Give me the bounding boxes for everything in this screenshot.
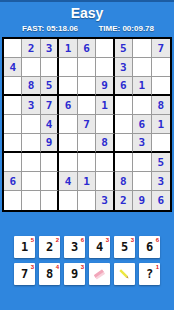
cell-r7c7[interactable]: [115, 153, 133, 172]
cell-r2c9[interactable]: [152, 58, 170, 77]
cell-r2c5[interactable]: [78, 58, 96, 77]
cell-r9c1[interactable]: [4, 191, 22, 210]
number-keypad: 152236435366738493 ?1: [14, 236, 160, 285]
cell-r5c2[interactable]: [22, 115, 40, 134]
cell-r6c6[interactable]: 8: [96, 134, 114, 153]
cell-r4c5[interactable]: [78, 96, 96, 115]
key-count-badge: 6: [81, 237, 84, 243]
key-1[interactable]: 15: [14, 236, 35, 258]
cell-r2c2[interactable]: [22, 58, 40, 77]
cell-r2c4[interactable]: [59, 58, 77, 77]
cell-r4c2[interactable]: 3: [22, 96, 40, 115]
cell-r1c3[interactable]: 3: [41, 39, 59, 58]
difficulty-title: Easy: [0, 4, 174, 22]
cell-r5c8[interactable]: 6: [133, 115, 151, 134]
cell-r7c9[interactable]: 5: [152, 153, 170, 172]
key-2[interactable]: 22: [39, 236, 60, 258]
cell-r7c4[interactable]: [59, 153, 77, 172]
key-count-badge: 3: [131, 237, 134, 243]
cell-r9c7[interactable]: 2: [115, 191, 133, 210]
cell-r8c3[interactable]: [41, 172, 59, 191]
cell-r5c4[interactable]: [59, 115, 77, 134]
cell-r4c8[interactable]: [133, 96, 151, 115]
cell-r9c2[interactable]: [22, 191, 40, 210]
cell-r5c3[interactable]: 4: [41, 115, 59, 134]
current-time-label: TIME: 00:09.78: [98, 24, 154, 33]
cell-r6c7[interactable]: [115, 134, 133, 153]
cell-r1c4[interactable]: 1: [59, 39, 77, 58]
pencil-icon: [117, 267, 132, 282]
cell-r6c8[interactable]: 3: [133, 134, 151, 153]
cell-r1c5[interactable]: 6: [78, 39, 96, 58]
cell-r3c9[interactable]: [152, 77, 170, 96]
cell-r5c9[interactable]: 1: [152, 115, 170, 134]
cell-r1c8[interactable]: [133, 39, 151, 58]
cell-r5c1[interactable]: [4, 115, 22, 134]
cell-r9c3[interactable]: [41, 191, 59, 210]
cell-r4c4[interactable]: 6: [59, 96, 77, 115]
cell-r1c1[interactable]: [4, 39, 22, 58]
key-count-badge: 3: [31, 264, 34, 270]
key-eraser[interactable]: [89, 263, 110, 285]
cell-r8c2[interactable]: [22, 172, 40, 191]
cell-r2c7[interactable]: 3: [115, 58, 133, 77]
cell-r9c8[interactable]: 9: [133, 191, 151, 210]
cell-r6c1[interactable]: [4, 134, 22, 153]
cell-r7c8[interactable]: [133, 153, 151, 172]
cell-r6c5[interactable]: [78, 134, 96, 153]
cell-r2c1[interactable]: 4: [4, 58, 22, 77]
sudoku-board: 23165743859613761847619835641833296: [2, 37, 172, 212]
cell-r7c2[interactable]: [22, 153, 40, 172]
cell-r4c6[interactable]: 1: [96, 96, 114, 115]
key-label: 9: [71, 268, 78, 280]
cell-r8c9[interactable]: 3: [152, 172, 170, 191]
key-count-badge: 3: [106, 237, 109, 243]
cell-r5c6[interactable]: [96, 115, 114, 134]
key-label: 8: [46, 268, 53, 280]
cell-r7c5[interactable]: [78, 153, 96, 172]
key-label: ?: [146, 268, 153, 280]
key-9[interactable]: 93: [64, 263, 85, 285]
key-pencil[interactable]: [114, 263, 135, 285]
cell-r9c6[interactable]: 3: [96, 191, 114, 210]
cell-r7c3[interactable]: [41, 153, 59, 172]
top-strip: [0, 0, 174, 2]
key-label: 6: [146, 241, 153, 253]
cell-r6c4[interactable]: [59, 134, 77, 153]
cell-r6c9[interactable]: [152, 134, 170, 153]
cell-r9c5[interactable]: [78, 191, 96, 210]
cell-r7c1[interactable]: [4, 153, 22, 172]
key-6[interactable]: 66: [139, 236, 160, 258]
key-label: 5: [121, 241, 128, 253]
key-4[interactable]: 43: [89, 236, 110, 258]
key-count-badge: 5: [31, 237, 34, 243]
cell-r8c6[interactable]: [96, 172, 114, 191]
cell-r3c5[interactable]: [78, 77, 96, 96]
cell-r3c3[interactable]: 5: [41, 77, 59, 96]
cell-r3c6[interactable]: 9: [96, 77, 114, 96]
cell-r6c3[interactable]: 9: [41, 134, 59, 153]
key-count-badge: 1: [156, 264, 159, 270]
cell-r5c7[interactable]: [115, 115, 133, 134]
key-8[interactable]: 84: [39, 263, 60, 285]
cell-r3c8[interactable]: 1: [133, 77, 151, 96]
cell-r3c2[interactable]: 8: [22, 77, 40, 96]
cell-r4c3[interactable]: 7: [41, 96, 59, 115]
cell-r4c1[interactable]: [4, 96, 22, 115]
key-7[interactable]: 73: [14, 263, 35, 285]
cell-r2c8[interactable]: [133, 58, 151, 77]
cell-r9c4[interactable]: [59, 191, 77, 210]
cell-r8c5[interactable]: 1: [78, 172, 96, 191]
cell-r3c7[interactable]: 6: [115, 77, 133, 96]
key-hint[interactable]: ?1: [139, 263, 160, 285]
key-label: 3: [71, 241, 78, 253]
cell-r2c6[interactable]: [96, 58, 114, 77]
eraser-icon: [92, 267, 107, 282]
key-count-badge: 6: [156, 237, 159, 243]
cell-r1c6[interactable]: [96, 39, 114, 58]
cell-r6c2[interactable]: [22, 134, 40, 153]
cell-r4c9[interactable]: 8: [152, 96, 170, 115]
key-label: 7: [21, 268, 28, 280]
cell-r3c1[interactable]: [4, 77, 22, 96]
key-count-badge: 2: [56, 237, 59, 243]
cell-r9c9[interactable]: 6: [152, 191, 170, 210]
cell-r2c3[interactable]: [41, 58, 59, 77]
cell-r1c7[interactable]: 5: [115, 39, 133, 58]
cell-r8c4[interactable]: 4: [59, 172, 77, 191]
cell-r5c5[interactable]: 7: [78, 115, 96, 134]
cell-r4c7[interactable]: [115, 96, 133, 115]
key-label: 2: [46, 241, 53, 253]
cell-r8c8[interactable]: [133, 172, 151, 191]
best-time-label: FAST: 05:18.06: [22, 24, 78, 33]
sudoku-app: Easy FAST: 05:18.06 TIME: 00:09.78 23165…: [0, 0, 174, 285]
key-label: 1: [21, 241, 28, 253]
cell-r1c2[interactable]: 2: [22, 39, 40, 58]
cell-r7c6[interactable]: [96, 153, 114, 172]
cell-r8c1[interactable]: 6: [4, 172, 22, 191]
key-5[interactable]: 53: [114, 236, 135, 258]
key-count-badge: 4: [56, 264, 59, 270]
key-label: 4: [96, 241, 103, 253]
cell-r8c7[interactable]: 8: [115, 172, 133, 191]
cell-r1c9[interactable]: 7: [152, 39, 170, 58]
key-count-badge: 3: [81, 264, 84, 270]
cell-r3c4[interactable]: [59, 77, 77, 96]
timers-row: FAST: 05:18.06 TIME: 00:09.78: [0, 22, 174, 35]
key-3[interactable]: 36: [64, 236, 85, 258]
